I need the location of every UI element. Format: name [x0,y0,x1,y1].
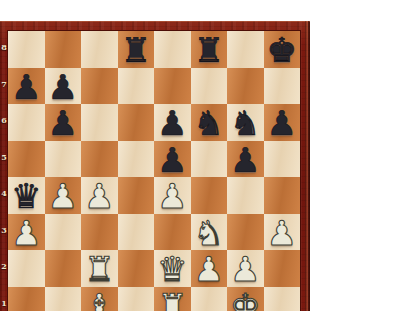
piece-white-rook-c2[interactable]: ♜ [84,252,114,286]
square-c2[interactable]: ♜ [81,250,118,287]
square-h7[interactable] [264,68,301,105]
piece-black-pawn-e5[interactable]: ♟ [157,143,187,177]
square-h6[interactable]: ♟ [264,104,301,141]
square-g7[interactable] [227,68,264,105]
square-b8[interactable] [45,31,82,68]
square-d7[interactable] [118,68,155,105]
square-e2[interactable]: ♛ [154,250,191,287]
square-b4[interactable]: ♟ [45,177,82,214]
square-d4[interactable] [118,177,155,214]
piece-black-pawn-h6[interactable]: ♟ [267,106,297,140]
piece-white-pawn-e4[interactable]: ♟ [157,179,187,213]
square-b2[interactable] [45,250,82,287]
square-h8[interactable]: ♚ [264,31,301,68]
square-a8[interactable] [8,31,45,68]
square-d6[interactable] [118,104,155,141]
square-c3[interactable] [81,214,118,251]
piece-black-rook-f8[interactable]: ♜ [194,33,224,67]
piece-white-pawn-b4[interactable]: ♟ [48,179,78,213]
piece-black-pawn-e6[interactable]: ♟ [157,106,187,140]
square-f1[interactable] [191,287,228,311]
square-g4[interactable] [227,177,264,214]
square-c5[interactable] [81,141,118,178]
piece-black-king-h8[interactable]: ♚ [267,33,297,67]
piece-white-pawn-g2[interactable]: ♟ [230,252,260,286]
rank-label-1: 1 [0,285,8,311]
square-c7[interactable] [81,68,118,105]
piece-white-pawn-c4[interactable]: ♟ [84,179,114,213]
square-a6[interactable] [8,104,45,141]
piece-black-pawn-a7[interactable]: ♟ [11,70,41,104]
piece-white-rook-e1[interactable]: ♜ [157,289,187,311]
square-f7[interactable] [191,68,228,105]
square-d2[interactable] [118,250,155,287]
square-h5[interactable] [264,141,301,178]
square-d5[interactable] [118,141,155,178]
piece-white-queen-e2[interactable]: ♛ [157,252,187,286]
piece-black-knight-f6[interactable]: ♞ [194,106,224,140]
piece-black-rook-d8[interactable]: ♜ [121,33,151,67]
square-h2[interactable] [264,250,301,287]
square-e3[interactable] [154,214,191,251]
square-e1[interactable]: ♜ [154,287,191,311]
chess-app-screenshot: 87654321 ♜♜♚♟♟♟♟♞♞♟♟♟♛♟♟♟♟♞♟♜♛♟♟♝♜♚ [0,0,414,311]
square-c4[interactable]: ♟ [81,177,118,214]
square-e4[interactable]: ♟ [154,177,191,214]
square-e6[interactable]: ♟ [154,104,191,141]
square-a4[interactable]: ♛ [8,177,45,214]
rank-label-3: 3 [0,212,8,249]
square-b6[interactable]: ♟ [45,104,82,141]
square-d8[interactable]: ♜ [118,31,155,68]
square-f6[interactable]: ♞ [191,104,228,141]
piece-black-knight-g6[interactable]: ♞ [230,106,260,140]
square-g3[interactable] [227,214,264,251]
rank-label-7: 7 [0,66,8,103]
square-f4[interactable] [191,177,228,214]
square-b3[interactable] [45,214,82,251]
piece-black-pawn-g5[interactable]: ♟ [230,143,260,177]
rank-label-6: 6 [0,102,8,139]
square-c6[interactable] [81,104,118,141]
square-a7[interactable]: ♟ [8,68,45,105]
piece-white-pawn-f2[interactable]: ♟ [194,252,224,286]
square-b1[interactable] [45,287,82,311]
square-h3[interactable]: ♟ [264,214,301,251]
square-g6[interactable]: ♞ [227,104,264,141]
square-f5[interactable] [191,141,228,178]
square-f2[interactable]: ♟ [191,250,228,287]
square-b5[interactable] [45,141,82,178]
square-h4[interactable] [264,177,301,214]
piece-black-pawn-b7[interactable]: ♟ [48,70,78,104]
piece-white-king-g1[interactable]: ♚ [230,289,260,311]
chess-board[interactable]: ♜♜♚♟♟♟♟♞♞♟♟♟♛♟♟♟♟♞♟♜♛♟♟♝♜♚ [8,31,300,311]
square-g8[interactable] [227,31,264,68]
board-frame: 87654321 ♜♜♚♟♟♟♟♞♞♟♟♟♛♟♟♟♟♞♟♜♛♟♟♝♜♚ [0,21,310,311]
square-a1[interactable] [8,287,45,311]
square-a3[interactable]: ♟ [8,214,45,251]
square-g5[interactable]: ♟ [227,141,264,178]
square-h1[interactable] [264,287,301,311]
square-g1[interactable]: ♚ [227,287,264,311]
piece-black-queen-a4[interactable]: ♛ [11,179,41,213]
square-d3[interactable] [118,214,155,251]
piece-white-pawn-h3[interactable]: ♟ [267,216,297,250]
square-c8[interactable] [81,31,118,68]
square-e8[interactable] [154,31,191,68]
piece-white-pawn-a3[interactable]: ♟ [11,216,41,250]
rank-label-8: 8 [0,29,8,66]
square-e5[interactable]: ♟ [154,141,191,178]
square-d1[interactable] [118,287,155,311]
square-c1[interactable]: ♝ [81,287,118,311]
square-g2[interactable]: ♟ [227,250,264,287]
square-a5[interactable] [8,141,45,178]
piece-black-pawn-b6[interactable]: ♟ [48,106,78,140]
square-b7[interactable]: ♟ [45,68,82,105]
square-e7[interactable] [154,68,191,105]
piece-white-knight-f3[interactable]: ♞ [194,216,224,250]
rank-label-4: 4 [0,175,8,212]
rank-label-2: 2 [0,248,8,285]
rank-labels: 87654321 [0,31,8,311]
rank-label-5: 5 [0,139,8,176]
square-f8[interactable]: ♜ [191,31,228,68]
piece-white-bishop-c1[interactable]: ♝ [84,289,114,311]
square-f3[interactable]: ♞ [191,214,228,251]
square-a2[interactable] [8,250,45,287]
